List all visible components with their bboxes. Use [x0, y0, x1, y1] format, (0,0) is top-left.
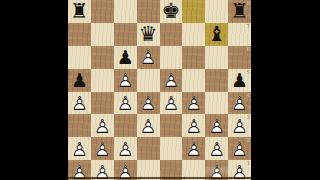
square-f2[interactable]: ♟♙	[182, 137, 205, 160]
square-a7[interactable]	[68, 23, 91, 46]
rank-label-1: 1	[247, 161, 250, 166]
square-b7[interactable]	[91, 23, 114, 46]
square-g3[interactable]: ♟♙	[205, 114, 228, 137]
white-pawn[interactable]: ♟♙	[137, 46, 160, 69]
white-piece-outline: ♙	[185, 116, 202, 135]
square-b5[interactable]	[91, 69, 114, 92]
square-g2[interactable]: ♟♙	[205, 137, 228, 160]
square-h6[interactable]: 6	[228, 46, 251, 69]
white-piece-outline: ♙	[231, 93, 248, 112]
square-e6[interactable]	[160, 46, 183, 69]
square-c7[interactable]	[114, 23, 137, 46]
black-pawn[interactable]: ♟	[114, 46, 137, 69]
square-f6[interactable]	[182, 46, 205, 69]
square-g6[interactable]	[205, 46, 228, 69]
white-pawn[interactable]: ♟♙	[160, 69, 183, 92]
square-b6[interactable]	[91, 46, 114, 69]
white-pawn[interactable]: ♟♙	[205, 114, 228, 137]
white-pawn[interactable]: ♟♙	[182, 92, 205, 115]
square-e5[interactable]: ♟♙	[160, 69, 183, 92]
white-pawn[interactable]: ♟♙	[182, 137, 205, 160]
square-h2[interactable]: ♟♙2	[228, 137, 251, 160]
white-pawn[interactable]: ♟♙	[68, 137, 91, 160]
white-piece-outline: ♙	[208, 116, 225, 135]
square-a8[interactable]: ♜	[68, 0, 91, 23]
square-f5[interactable]	[182, 69, 205, 92]
white-pawn[interactable]: ♟♙	[91, 137, 114, 160]
white-piece-outline: ♙	[231, 116, 248, 135]
rank-label-2: 2	[247, 138, 250, 143]
square-h8[interactable]: ♜8	[228, 0, 251, 23]
square-c3[interactable]	[114, 114, 137, 137]
black-pawn[interactable]: ♟	[68, 69, 91, 92]
square-d8[interactable]	[137, 0, 160, 23]
white-piece-outline: ♙	[94, 116, 111, 135]
square-f8[interactable]	[182, 0, 205, 23]
white-pawn[interactable]: ♟♙	[114, 92, 137, 115]
square-b4[interactable]	[91, 92, 114, 115]
square-d6[interactable]: ♟♙	[137, 46, 160, 69]
square-h3[interactable]: ♟♙3	[228, 114, 251, 137]
white-pawn[interactable]: ♟♙	[182, 114, 205, 137]
square-d5[interactable]	[137, 69, 160, 92]
white-pawn[interactable]: ♟♙	[114, 137, 137, 160]
white-piece-outline: ♙	[140, 48, 157, 67]
square-f4[interactable]: ♟♙	[182, 92, 205, 115]
white-piece-outline: ♙	[71, 93, 88, 112]
white-piece-outline: ♙	[162, 71, 179, 90]
square-g4[interactable]	[205, 92, 228, 115]
white-pawn[interactable]: ♟♙	[68, 92, 91, 115]
square-b2[interactable]: ♟♙	[91, 137, 114, 160]
square-c4[interactable]: ♟♙	[114, 92, 137, 115]
square-g5[interactable]	[205, 69, 228, 92]
video-frame: ♜♚♜8♛♝7♟♟♙6♟♟♙♟♙♟5♟♙♟♙♟♙♟♙♟♙♟♙4♟♙♟♙♟♙♟♙♟…	[0, 0, 320, 180]
square-f3[interactable]: ♟♙	[182, 114, 205, 137]
rank-label-7: 7	[247, 24, 250, 29]
white-piece-outline: ♙	[94, 139, 111, 158]
square-g8[interactable]	[205, 0, 228, 23]
square-c8[interactable]	[114, 0, 137, 23]
square-h7[interactable]: 7	[228, 23, 251, 46]
square-d3[interactable]: ♟♙	[137, 114, 160, 137]
white-piece-outline: ♙	[208, 139, 225, 158]
square-f7[interactable]	[182, 23, 205, 46]
square-e7[interactable]	[160, 23, 183, 46]
white-piece-outline: ♙	[162, 93, 179, 112]
white-pawn[interactable]: ♟♙	[137, 114, 160, 137]
white-pawn[interactable]: ♟♙	[205, 137, 228, 160]
square-e4[interactable]: ♟♙	[160, 92, 183, 115]
square-b8[interactable]	[91, 0, 114, 23]
black-rook[interactable]: ♜	[68, 0, 91, 23]
square-b3[interactable]: ♟♙	[91, 114, 114, 137]
white-pawn[interactable]: ♟♙	[114, 69, 137, 92]
square-h4[interactable]: ♟♙4	[228, 92, 251, 115]
square-a6[interactable]	[68, 46, 91, 69]
white-pawn[interactable]: ♟♙	[137, 92, 160, 115]
white-pawn[interactable]: ♟♙	[91, 114, 114, 137]
square-d7[interactable]: ♛	[137, 23, 160, 46]
square-d4[interactable]: ♟♙	[137, 92, 160, 115]
square-e3[interactable]	[160, 114, 183, 137]
white-piece-outline: ♙	[185, 139, 202, 158]
white-piece-outline: ♙	[117, 71, 134, 90]
rank-label-5: 5	[247, 70, 250, 75]
rank-label-3: 3	[247, 115, 250, 120]
black-bishop[interactable]: ♝	[205, 23, 228, 46]
square-a3[interactable]	[68, 114, 91, 137]
white-piece-outline: ♙	[140, 116, 157, 135]
square-c6[interactable]: ♟	[114, 46, 137, 69]
square-c5[interactable]: ♟♙	[114, 69, 137, 92]
white-piece-outline: ♙	[71, 139, 88, 158]
white-piece-outline: ♙	[140, 93, 157, 112]
white-piece-outline: ♙	[117, 139, 134, 158]
black-queen[interactable]: ♛	[137, 23, 160, 46]
square-e2[interactable]	[160, 137, 183, 160]
square-a5[interactable]: ♟	[68, 69, 91, 92]
rank-label-8: 8	[247, 1, 250, 6]
rank-label-6: 6	[247, 47, 250, 52]
white-piece-outline: ♙	[231, 139, 248, 158]
chess-board: ♜♚♜8♛♝7♟♟♙6♟♟♙♟♙♟5♟♙♟♙♟♙♟♙♟♙♟♙4♟♙♟♙♟♙♟♙♟…	[68, 0, 251, 180]
rank-label-4: 4	[247, 93, 250, 98]
square-d2[interactable]	[137, 137, 160, 160]
square-a2[interactable]: ♟♙	[68, 137, 91, 160]
square-h5[interactable]: ♟5	[228, 69, 251, 92]
black-king[interactable]: ♚	[160, 0, 183, 23]
square-c2[interactable]: ♟♙	[114, 137, 137, 160]
board-bottom-edge	[68, 177, 251, 179]
square-g7[interactable]: ♝	[205, 23, 228, 46]
white-piece-outline: ♙	[185, 93, 202, 112]
square-e8[interactable]: ♚	[160, 0, 183, 23]
white-piece-outline: ♙	[117, 93, 134, 112]
square-a4[interactable]: ♟♙	[68, 92, 91, 115]
watermark	[204, 167, 231, 174]
white-pawn[interactable]: ♟♙	[160, 92, 183, 115]
